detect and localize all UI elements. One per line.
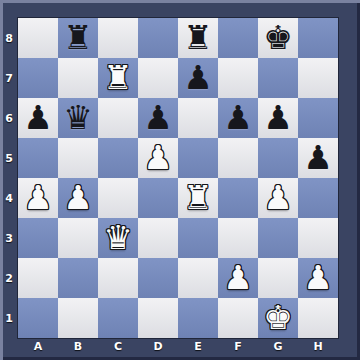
square-a4[interactable]: ♟ bbox=[18, 178, 58, 218]
square-f2[interactable]: ♟ bbox=[218, 258, 258, 298]
square-e4[interactable]: ♜ bbox=[178, 178, 218, 218]
square-e7[interactable]: ♟ bbox=[178, 58, 218, 98]
piece-white-queen[interactable]: ♛ bbox=[103, 221, 133, 254]
square-f5[interactable] bbox=[218, 138, 258, 178]
square-e5[interactable] bbox=[178, 138, 218, 178]
rank-label-3: 3 bbox=[0, 218, 18, 258]
rank-label-7: 7 bbox=[0, 58, 18, 98]
square-b4[interactable]: ♟ bbox=[58, 178, 98, 218]
square-h6[interactable] bbox=[298, 98, 338, 138]
piece-white-rook[interactable]: ♜ bbox=[103, 61, 133, 94]
square-b1[interactable] bbox=[58, 298, 98, 338]
piece-black-pawn[interactable]: ♟ bbox=[183, 61, 213, 94]
square-e6[interactable] bbox=[178, 98, 218, 138]
square-d4[interactable] bbox=[138, 178, 178, 218]
file-labels: ABCDEFGH bbox=[18, 338, 338, 360]
square-h1[interactable] bbox=[298, 298, 338, 338]
file-label-g: G bbox=[258, 338, 298, 360]
square-c8[interactable] bbox=[98, 18, 138, 58]
square-f6[interactable]: ♟ bbox=[218, 98, 258, 138]
square-e2[interactable] bbox=[178, 258, 218, 298]
piece-white-rook[interactable]: ♜ bbox=[183, 181, 213, 214]
piece-black-king[interactable]: ♚ bbox=[263, 21, 293, 54]
file-label-e: E bbox=[178, 338, 218, 360]
piece-black-pawn[interactable]: ♟ bbox=[143, 101, 173, 134]
square-g3[interactable] bbox=[258, 218, 298, 258]
square-g7[interactable] bbox=[258, 58, 298, 98]
file-label-c: C bbox=[98, 338, 138, 360]
square-c5[interactable] bbox=[98, 138, 138, 178]
square-d8[interactable] bbox=[138, 18, 178, 58]
rank-label-4: 4 bbox=[0, 178, 18, 218]
square-d3[interactable] bbox=[138, 218, 178, 258]
rank-labels: 87654321 bbox=[0, 18, 18, 338]
square-c3[interactable]: ♛ bbox=[98, 218, 138, 258]
square-b8[interactable]: ♜ bbox=[58, 18, 98, 58]
square-g8[interactable]: ♚ bbox=[258, 18, 298, 58]
square-f1[interactable] bbox=[218, 298, 258, 338]
piece-white-pawn[interactable]: ♟ bbox=[303, 261, 333, 294]
square-a3[interactable] bbox=[18, 218, 58, 258]
square-d5[interactable]: ♟ bbox=[138, 138, 178, 178]
rank-label-2: 2 bbox=[0, 258, 18, 298]
piece-white-pawn[interactable]: ♟ bbox=[263, 181, 293, 214]
file-label-a: A bbox=[18, 338, 58, 360]
piece-black-pawn[interactable]: ♟ bbox=[23, 101, 53, 134]
square-f4[interactable] bbox=[218, 178, 258, 218]
square-b5[interactable] bbox=[58, 138, 98, 178]
square-g1[interactable]: ♚ bbox=[258, 298, 298, 338]
file-label-b: B bbox=[58, 338, 98, 360]
square-b7[interactable] bbox=[58, 58, 98, 98]
square-c6[interactable] bbox=[98, 98, 138, 138]
square-h8[interactable] bbox=[298, 18, 338, 58]
rank-label-6: 6 bbox=[0, 98, 18, 138]
square-a2[interactable] bbox=[18, 258, 58, 298]
square-a5[interactable] bbox=[18, 138, 58, 178]
square-b3[interactable] bbox=[58, 218, 98, 258]
square-e3[interactable] bbox=[178, 218, 218, 258]
square-b2[interactable] bbox=[58, 258, 98, 298]
piece-black-pawn[interactable]: ♟ bbox=[263, 101, 293, 134]
square-c4[interactable] bbox=[98, 178, 138, 218]
file-label-d: D bbox=[138, 338, 178, 360]
square-b6[interactable]: ♛ bbox=[58, 98, 98, 138]
square-d7[interactable] bbox=[138, 58, 178, 98]
piece-white-king[interactable]: ♚ bbox=[263, 301, 293, 334]
chess-board: ♜♜♚♜♟♟♛♟♟♟♟♟♟♟♜♟♛♟♟♚ bbox=[18, 18, 338, 338]
piece-white-pawn[interactable]: ♟ bbox=[63, 181, 93, 214]
square-f3[interactable] bbox=[218, 218, 258, 258]
square-g6[interactable]: ♟ bbox=[258, 98, 298, 138]
square-g5[interactable] bbox=[258, 138, 298, 178]
rank-label-5: 5 bbox=[0, 138, 18, 178]
square-a7[interactable] bbox=[18, 58, 58, 98]
square-d2[interactable] bbox=[138, 258, 178, 298]
file-label-h: H bbox=[298, 338, 338, 360]
piece-black-rook[interactable]: ♜ bbox=[63, 21, 93, 54]
piece-white-pawn[interactable]: ♟ bbox=[143, 141, 173, 174]
piece-white-pawn[interactable]: ♟ bbox=[23, 181, 53, 214]
square-g2[interactable] bbox=[258, 258, 298, 298]
piece-black-pawn[interactable]: ♟ bbox=[303, 141, 333, 174]
square-h4[interactable] bbox=[298, 178, 338, 218]
rank-label-8: 8 bbox=[0, 18, 18, 58]
square-c1[interactable] bbox=[98, 298, 138, 338]
square-e1[interactable] bbox=[178, 298, 218, 338]
square-f7[interactable] bbox=[218, 58, 258, 98]
square-a6[interactable]: ♟ bbox=[18, 98, 58, 138]
square-h2[interactable]: ♟ bbox=[298, 258, 338, 298]
chess-board-frame: 87654321 ♜♜♚♜♟♟♛♟♟♟♟♟♟♟♜♟♛♟♟♚ ABCDEFGH bbox=[0, 0, 360, 360]
square-e8[interactable]: ♜ bbox=[178, 18, 218, 58]
square-h7[interactable] bbox=[298, 58, 338, 98]
file-label-f: F bbox=[218, 338, 258, 360]
square-c7[interactable]: ♜ bbox=[98, 58, 138, 98]
square-g4[interactable]: ♟ bbox=[258, 178, 298, 218]
piece-white-pawn[interactable]: ♟ bbox=[223, 261, 253, 294]
square-h3[interactable] bbox=[298, 218, 338, 258]
piece-black-rook[interactable]: ♜ bbox=[183, 21, 213, 54]
square-a8[interactable] bbox=[18, 18, 58, 58]
piece-black-pawn[interactable]: ♟ bbox=[223, 101, 253, 134]
rank-label-1: 1 bbox=[0, 298, 18, 338]
square-d6[interactable]: ♟ bbox=[138, 98, 178, 138]
piece-black-queen[interactable]: ♛ bbox=[63, 101, 93, 134]
square-f8[interactable] bbox=[218, 18, 258, 58]
square-a1[interactable] bbox=[18, 298, 58, 338]
square-d1[interactable] bbox=[138, 298, 178, 338]
square-c2[interactable] bbox=[98, 258, 138, 298]
square-h5[interactable]: ♟ bbox=[298, 138, 338, 178]
